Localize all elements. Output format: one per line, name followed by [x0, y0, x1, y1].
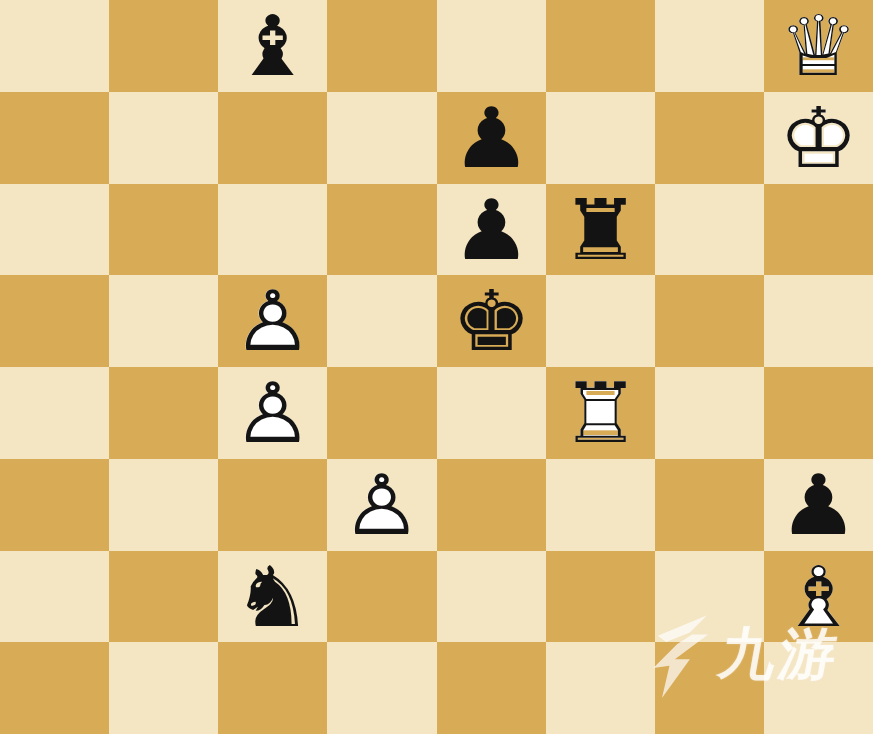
- square-g3: [655, 459, 764, 551]
- square-c7: [218, 92, 327, 184]
- square-d7: [327, 92, 436, 184]
- square-h5: [764, 275, 873, 367]
- square-b1: [109, 642, 218, 734]
- square-b6: [109, 184, 218, 276]
- square-a1: [0, 642, 109, 734]
- square-c4: ♟♙: [218, 367, 327, 459]
- square-a7: [0, 92, 109, 184]
- white-pawn-c5: ♟♙: [218, 275, 327, 367]
- square-b5: [109, 275, 218, 367]
- square-c5: ♟♙: [218, 275, 327, 367]
- square-d3: ♟♙: [327, 459, 436, 551]
- square-h4: [764, 367, 873, 459]
- chess-diagram: ♝♛♕♟♚♔♟♜♟♙♚♟♙♜♖♟♙♟♞♝♗ 九游: [0, 0, 873, 734]
- square-e5: ♚: [437, 275, 546, 367]
- square-h3: ♟: [764, 459, 873, 551]
- black-pawn-h3: ♟: [764, 459, 873, 551]
- square-h7: ♚♔: [764, 92, 873, 184]
- square-b3: [109, 459, 218, 551]
- square-a4: [0, 367, 109, 459]
- white-pawn-c4: ♟♙: [218, 367, 327, 459]
- square-f1: [546, 642, 655, 734]
- square-f3: [546, 459, 655, 551]
- white-queen-h8: ♛♕: [764, 0, 873, 92]
- jiuyou-logo-icon: [644, 612, 710, 698]
- square-g5: [655, 275, 764, 367]
- square-d1: [327, 642, 436, 734]
- square-c2: ♞: [218, 551, 327, 643]
- square-g6: [655, 184, 764, 276]
- black-knight-c2: ♞: [218, 551, 327, 643]
- square-c6: [218, 184, 327, 276]
- white-rook-f4: ♜♖: [546, 367, 655, 459]
- white-pawn-d3: ♟♙: [327, 459, 436, 551]
- square-d4: [327, 367, 436, 459]
- square-e7: ♟: [437, 92, 546, 184]
- square-a3: [0, 459, 109, 551]
- watermark: 九游: [644, 612, 840, 698]
- square-g8: [655, 0, 764, 92]
- square-a2: [0, 551, 109, 643]
- square-f2: [546, 551, 655, 643]
- square-b4: [109, 367, 218, 459]
- square-d2: [327, 551, 436, 643]
- white-king-h7: ♚♔: [764, 92, 873, 184]
- black-rook-f6: ♜: [546, 184, 655, 276]
- square-e1: [437, 642, 546, 734]
- black-pawn-e6: ♟: [437, 184, 546, 276]
- square-e6: ♟: [437, 184, 546, 276]
- square-f6: ♜: [546, 184, 655, 276]
- square-g4: [655, 367, 764, 459]
- square-f4: ♜♖: [546, 367, 655, 459]
- square-e3: [437, 459, 546, 551]
- square-f8: [546, 0, 655, 92]
- square-e8: [437, 0, 546, 92]
- square-e4: [437, 367, 546, 459]
- square-b7: [109, 92, 218, 184]
- square-d8: [327, 0, 436, 92]
- watermark-text: 九游: [713, 617, 846, 693]
- square-a8: [0, 0, 109, 92]
- square-d5: [327, 275, 436, 367]
- square-g7: [655, 92, 764, 184]
- black-pawn-e7: ♟: [437, 92, 546, 184]
- square-h8: ♛♕: [764, 0, 873, 92]
- square-d6: [327, 184, 436, 276]
- square-f5: [546, 275, 655, 367]
- square-a5: [0, 275, 109, 367]
- square-c8: ♝: [218, 0, 327, 92]
- square-a6: [0, 184, 109, 276]
- square-e2: [437, 551, 546, 643]
- square-f7: [546, 92, 655, 184]
- square-b8: [109, 0, 218, 92]
- black-king-e5: ♚: [437, 275, 546, 367]
- square-c1: [218, 642, 327, 734]
- black-bishop-c8: ♝: [218, 0, 327, 92]
- square-c3: [218, 459, 327, 551]
- square-h6: [764, 184, 873, 276]
- square-b2: [109, 551, 218, 643]
